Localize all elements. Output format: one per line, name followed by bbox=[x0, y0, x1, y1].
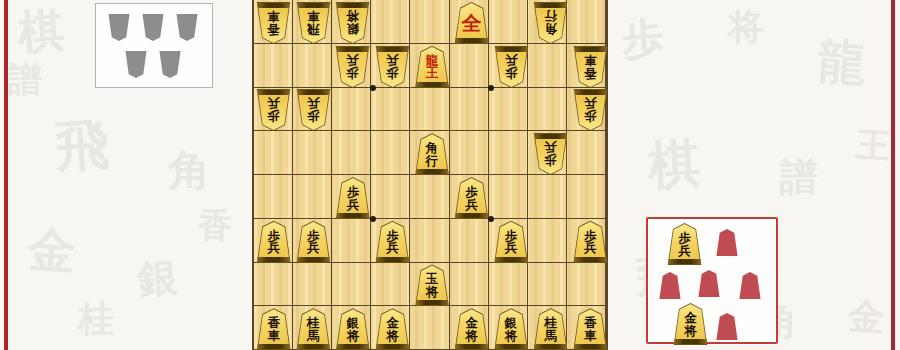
piece-kanji: 歩兵 bbox=[296, 230, 331, 256]
piece-base-edge bbox=[574, 90, 607, 95]
board-cell[interactable] bbox=[489, 263, 528, 307]
background-texture-glyph: 金 bbox=[847, 297, 885, 335]
board-cell[interactable] bbox=[450, 219, 489, 263]
piece-base-edge bbox=[297, 344, 330, 349]
background-texture-glyph: 将 bbox=[728, 8, 764, 44]
board-cell[interactable] bbox=[528, 88, 567, 132]
piece-base-edge bbox=[416, 300, 449, 305]
gote-hand-tray bbox=[95, 3, 213, 88]
board-cell[interactable] bbox=[293, 131, 332, 175]
board-cell[interactable] bbox=[567, 175, 606, 219]
piece-base-edge bbox=[257, 3, 290, 8]
board-cell[interactable] bbox=[254, 263, 293, 307]
board-cell[interactable] bbox=[450, 263, 489, 307]
board-cell[interactable] bbox=[410, 88, 449, 132]
board-cell[interactable] bbox=[567, 131, 606, 175]
piece-base-edge bbox=[455, 213, 488, 218]
piece-base-edge bbox=[574, 47, 607, 52]
piece-kanji: 歩兵 bbox=[573, 230, 608, 256]
piece-base-edge bbox=[455, 344, 488, 349]
background-texture-glyph: 龍 bbox=[816, 36, 867, 87]
hidden-hand-piece bbox=[108, 14, 130, 41]
piece-base-edge bbox=[336, 213, 369, 218]
hidden-hand-piece bbox=[659, 272, 681, 299]
piece-kanji: 桂馬 bbox=[533, 317, 568, 343]
board-cell[interactable] bbox=[371, 0, 410, 44]
board-cell[interactable] bbox=[410, 219, 449, 263]
board-cell[interactable] bbox=[489, 88, 528, 132]
piece-base-edge bbox=[297, 257, 330, 262]
piece-kanji: 香車 bbox=[256, 317, 291, 343]
hidden-hand-piece bbox=[698, 270, 720, 297]
board-cell[interactable] bbox=[293, 263, 332, 307]
board-cell[interactable] bbox=[371, 88, 410, 132]
piece-base-edge bbox=[297, 90, 330, 95]
hidden-hand-piece bbox=[716, 313, 738, 340]
piece-kanji: 歩兵 bbox=[375, 230, 410, 256]
piece-kanji: 香車 bbox=[573, 317, 608, 343]
piece-kanji: 銀将 bbox=[335, 317, 370, 343]
shogi-piece[interactable]: 歩兵 bbox=[667, 223, 702, 265]
board-cell[interactable] bbox=[293, 175, 332, 219]
board-star-point bbox=[370, 216, 376, 222]
board-cell[interactable] bbox=[332, 219, 371, 263]
piece-base-edge bbox=[257, 344, 290, 349]
piece-kanji: 歩兵 bbox=[494, 230, 529, 256]
piece-kanji: 角行 bbox=[533, 9, 568, 35]
shogi-piece[interactable]: 金将 bbox=[673, 303, 708, 345]
piece-base-edge bbox=[376, 344, 409, 349]
piece-kanji: 玉将 bbox=[415, 273, 450, 299]
piece-base-edge bbox=[668, 259, 701, 264]
piece-base-edge bbox=[534, 344, 567, 349]
background-texture-glyph: 棋 bbox=[646, 136, 702, 192]
board-cell[interactable] bbox=[528, 44, 567, 88]
piece-base-edge bbox=[416, 82, 449, 87]
hidden-hand-piece bbox=[125, 51, 147, 78]
background-texture-glyph: 桂 bbox=[78, 300, 114, 336]
board-cell[interactable] bbox=[450, 88, 489, 132]
piece-base-edge bbox=[376, 257, 409, 262]
piece-base-edge bbox=[534, 3, 567, 8]
piece-base-edge bbox=[336, 47, 369, 52]
left-edge-strip bbox=[4, 0, 8, 350]
background-texture-glyph: 棋 bbox=[16, 6, 65, 55]
piece-base-edge bbox=[257, 257, 290, 262]
board-cell[interactable] bbox=[254, 175, 293, 219]
piece-base-edge bbox=[336, 3, 369, 8]
piece-kanji: 龍王 bbox=[415, 55, 450, 81]
board-star-point bbox=[370, 85, 376, 91]
background-texture-glyph: 歩 bbox=[621, 17, 666, 62]
piece-kanji: 桂馬 bbox=[296, 317, 331, 343]
piece-base-edge bbox=[534, 134, 567, 139]
piece-kanji: 歩兵 bbox=[454, 186, 489, 212]
piece-kanji: 歩兵 bbox=[375, 53, 410, 79]
piece-base-edge bbox=[257, 90, 290, 95]
piece-base-edge bbox=[455, 38, 488, 43]
board-cell[interactable] bbox=[528, 175, 567, 219]
board-cell[interactable] bbox=[332, 263, 371, 307]
background-texture-glyph: 譜 bbox=[8, 62, 42, 96]
background-texture-glyph: 譜 bbox=[780, 158, 818, 196]
board-cell[interactable] bbox=[450, 44, 489, 88]
background-texture-glyph: 銀 bbox=[137, 257, 180, 300]
piece-kanji: 全 bbox=[454, 12, 489, 34]
background-texture-glyph: 角 bbox=[168, 150, 210, 192]
piece-kanji: 歩兵 bbox=[667, 232, 702, 258]
hidden-hand-piece bbox=[142, 14, 164, 41]
board-cell[interactable] bbox=[489, 175, 528, 219]
background-texture-glyph: 香 bbox=[197, 207, 233, 243]
board-cell[interactable] bbox=[489, 0, 528, 44]
board-cell[interactable] bbox=[450, 131, 489, 175]
piece-base-edge bbox=[495, 257, 528, 262]
shogi-board: 香車飛車銀将全角行歩兵歩兵龍王歩兵香車歩兵歩兵歩兵角行歩兵歩兵歩兵歩兵歩兵歩兵歩… bbox=[252, 0, 608, 350]
board-cell[interactable] bbox=[410, 175, 449, 219]
piece-base-edge bbox=[336, 344, 369, 349]
hidden-hand-piece bbox=[159, 51, 181, 78]
piece-base-edge bbox=[376, 47, 409, 52]
app-canvas: 棋譜王飛角金銀桂香歩将龍棋譜王飛角金 香車飛車銀将全角行歩兵歩兵龍王歩兵香車歩兵… bbox=[0, 0, 900, 350]
board-cell[interactable] bbox=[371, 131, 410, 175]
piece-kanji: 銀将 bbox=[494, 317, 529, 343]
hidden-hand-piece bbox=[176, 14, 198, 41]
piece-kanji: 飛車 bbox=[296, 9, 331, 35]
right-edge-strip bbox=[891, 0, 895, 350]
hidden-hand-piece bbox=[739, 272, 761, 299]
board-cell[interactable] bbox=[528, 219, 567, 263]
piece-base-edge bbox=[574, 257, 607, 262]
board-cell[interactable] bbox=[410, 306, 449, 350]
board-cell[interactable] bbox=[254, 131, 293, 175]
board-cell[interactable] bbox=[371, 175, 410, 219]
piece-kanji: 香車 bbox=[573, 53, 608, 79]
piece-kanji: 歩兵 bbox=[533, 141, 568, 167]
background-texture-glyph: 飛 bbox=[53, 116, 111, 174]
board-cell[interactable] bbox=[567, 263, 606, 307]
board-cell[interactable] bbox=[332, 131, 371, 175]
board-cell[interactable] bbox=[567, 0, 606, 44]
sente-hand-tray: 歩兵金将 bbox=[646, 217, 778, 344]
piece-kanji: 歩兵 bbox=[256, 230, 291, 256]
piece-kanji: 歩兵 bbox=[296, 97, 331, 123]
board-star-point bbox=[488, 85, 494, 91]
piece-kanji: 金将 bbox=[454, 317, 489, 343]
piece-base-edge bbox=[495, 344, 528, 349]
hidden-hand-piece bbox=[716, 229, 738, 256]
board-cell[interactable] bbox=[410, 0, 449, 44]
piece-base-edge bbox=[674, 339, 707, 344]
piece-kanji: 角行 bbox=[415, 142, 450, 168]
piece-kanji: 金将 bbox=[375, 317, 410, 343]
piece-base-edge bbox=[574, 344, 607, 349]
background-texture-glyph: 金 bbox=[26, 224, 77, 275]
piece-base-edge bbox=[416, 169, 449, 174]
board-cell[interactable] bbox=[332, 88, 371, 132]
board-cell[interactable] bbox=[293, 44, 332, 88]
board-cell[interactable] bbox=[254, 44, 293, 88]
background-texture-glyph: 王 bbox=[855, 127, 891, 163]
piece-kanji: 歩兵 bbox=[335, 186, 370, 212]
piece-base-edge bbox=[495, 47, 528, 52]
board-cell[interactable] bbox=[528, 263, 567, 307]
board-cell[interactable] bbox=[489, 131, 528, 175]
piece-kanji: 金将 bbox=[673, 312, 708, 338]
piece-base-edge bbox=[297, 3, 330, 8]
board-cell[interactable] bbox=[371, 263, 410, 307]
piece-kanji: 香車 bbox=[256, 9, 291, 35]
